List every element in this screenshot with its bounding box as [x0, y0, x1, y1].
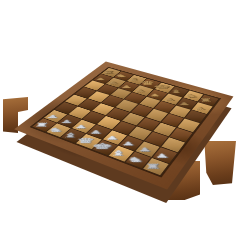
board-foot-right	[203, 141, 236, 185]
piece-silver-pawn[interactable]: ♟	[60, 119, 73, 123]
piece-silver-bishop[interactable]: ♝	[109, 150, 127, 157]
piece-silver-rook[interactable]: ♜	[34, 122, 50, 127]
piece-silver-pawn[interactable]: ♟	[46, 114, 59, 118]
piece-brass-pawn[interactable]: ♟	[164, 98, 176, 102]
piece-brass-rook[interactable]: ♜	[103, 71, 115, 75]
piece-brass-rook[interactable]: ♜	[199, 98, 213, 102]
chess-set-product-photo: ♜♞♝♛♚♝♞♜♟♟♟♟♟♟♟♟♟♟♟♟♟♟♟♟♜♞♝♛♚♝♞♜	[0, 0, 237, 235]
chess-board-frame: ♜♞♝♛♚♝♞♜♟♟♟♟♟♟♟♟♟♟♟♟♟♟♟♟♜♞♝♛♚♝♞♜	[14, 62, 233, 190]
piece-silver-pawn[interactable]: ♟	[155, 153, 169, 158]
piece-silver-pawn[interactable]: ♟	[75, 124, 88, 128]
piece-silver-knight[interactable]: ♞	[127, 156, 144, 163]
piece-silver-pawn[interactable]: ♟	[105, 135, 118, 140]
piece-brass-knight[interactable]: ♞	[184, 94, 199, 98]
piece-silver-pawn[interactable]: ♟	[90, 130, 103, 135]
piece-brass-pawn[interactable]: ♟	[194, 107, 206, 111]
piece-brass-pawn[interactable]: ♟	[108, 81, 119, 84]
piece-brass-pawn[interactable]: ♟	[122, 85, 133, 88]
piece-brass-pawn[interactable]: ♟	[178, 102, 190, 106]
square-h1[interactable]: ♜	[143, 158, 169, 175]
piece-silver-rook[interactable]: ♜	[145, 163, 161, 170]
square-a4[interactable]	[65, 94, 87, 105]
piece-silver-pawn[interactable]: ♟	[138, 147, 151, 152]
piece-brass-pawn[interactable]: ♟	[135, 89, 146, 92]
piece-brass-pawn[interactable]: ♟	[149, 93, 160, 97]
piece-silver-king[interactable]: ♚	[91, 142, 113, 150]
piece-brass-bishop[interactable]: ♝	[169, 89, 184, 94]
piece-silver-pawn[interactable]: ♟	[122, 141, 135, 146]
piece-brass-pawn[interactable]: ♟	[95, 78, 106, 81]
piece-brass-knight[interactable]: ♞	[115, 74, 128, 78]
